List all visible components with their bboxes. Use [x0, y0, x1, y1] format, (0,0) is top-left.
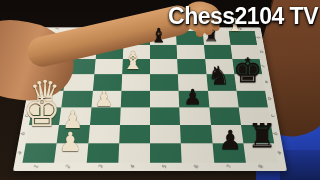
square — [150, 59, 178, 74]
square — [150, 125, 181, 144]
square — [119, 125, 150, 144]
square — [122, 59, 150, 74]
square — [150, 90, 179, 107]
square — [91, 90, 121, 107]
square — [150, 45, 177, 59]
square — [150, 107, 180, 125]
photo-frame: 12345678 12345678 hgfedcba hgfedcba ♝♜♝♝… — [0, 0, 320, 180]
square — [95, 45, 123, 59]
square — [177, 45, 205, 59]
square — [206, 75, 236, 91]
square — [94, 59, 123, 74]
square — [179, 90, 209, 107]
square — [93, 75, 122, 91]
square — [204, 45, 233, 59]
square — [121, 90, 150, 107]
square — [178, 75, 207, 91]
watermark-text: Chess2104 TV — [168, 3, 318, 30]
square — [180, 125, 212, 144]
rank-labels-near: 12345678 — [21, 164, 279, 171]
chess-board: 12345678 12345678 hgfedcba hgfedcba — [13, 27, 287, 171]
square — [62, 90, 93, 107]
board-grid — [22, 31, 277, 163]
square — [123, 45, 150, 59]
square — [120, 107, 150, 125]
square — [205, 59, 234, 74]
square — [64, 75, 94, 91]
square — [179, 107, 210, 125]
square — [88, 125, 120, 144]
square — [150, 75, 179, 91]
square — [207, 90, 238, 107]
square — [209, 107, 241, 125]
square — [121, 75, 150, 91]
square — [68, 45, 97, 59]
square — [177, 59, 206, 74]
square — [210, 125, 243, 144]
square — [90, 107, 121, 125]
square — [59, 107, 91, 125]
square — [66, 59, 95, 74]
square — [57, 125, 90, 144]
